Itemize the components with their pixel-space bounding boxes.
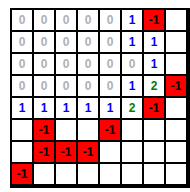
blank-cell-r8c8[interactable] (166, 164, 186, 184)
number-cell-r3c2[interactable]: 0 (34, 54, 54, 74)
blank-cell-r6c3[interactable] (56, 120, 76, 140)
number-cell-r2c5[interactable]: 0 (100, 32, 120, 52)
number-cell-r4c4[interactable]: 0 (78, 76, 98, 96)
blank-cell-r8c3[interactable] (56, 164, 76, 184)
number-cell-r1c1[interactable]: 0 (12, 10, 32, 30)
number-cell-r3c1[interactable]: 0 (12, 54, 32, 74)
blank-cell-r3c8[interactable] (166, 54, 186, 74)
number-cell-r1c2[interactable]: 0 (34, 10, 54, 30)
blank-cell-r8c5[interactable] (100, 164, 120, 184)
mine-cell-r5c7[interactable]: -1 (144, 98, 164, 118)
number-cell-r2c4[interactable]: 0 (78, 32, 98, 52)
mine-cell-r8c1[interactable]: -1 (12, 164, 32, 184)
number-cell-r4c7[interactable]: 2 (144, 76, 164, 96)
number-cell-r2c6[interactable]: 1 (122, 32, 142, 52)
number-cell-r4c6[interactable]: 1 (122, 76, 142, 96)
blank-cell-r2c8[interactable] (166, 32, 186, 52)
number-cell-r5c2[interactable]: 1 (34, 98, 54, 118)
blank-cell-r6c6[interactable] (122, 120, 142, 140)
minesweeper-board: 000001-1000001100000010000012-1111112-1-… (10, 8, 190, 188)
blank-cell-r8c6[interactable] (122, 164, 142, 184)
number-cell-r5c1[interactable]: 1 (12, 98, 32, 118)
blank-cell-r1c8[interactable] (166, 10, 186, 30)
number-cell-r4c3[interactable]: 0 (56, 76, 76, 96)
blank-cell-r7c1[interactable] (12, 142, 32, 162)
blank-cell-r7c7[interactable] (144, 142, 164, 162)
number-cell-r2c1[interactable]: 0 (12, 32, 32, 52)
mine-cell-r4c8[interactable]: -1 (166, 76, 186, 96)
number-cell-r2c3[interactable]: 0 (56, 32, 76, 52)
blank-cell-r6c1[interactable] (12, 120, 32, 140)
blank-cell-r7c8[interactable] (166, 142, 186, 162)
number-cell-r4c2[interactable]: 0 (34, 76, 54, 96)
blank-cell-r8c7[interactable] (144, 164, 164, 184)
number-cell-r3c6[interactable]: 0 (122, 54, 142, 74)
mine-cell-r7c2[interactable]: -1 (34, 142, 54, 162)
blank-cell-r7c5[interactable] (100, 142, 120, 162)
number-cell-r1c4[interactable]: 0 (78, 10, 98, 30)
number-cell-r1c6[interactable]: 1 (122, 10, 142, 30)
number-cell-r4c5[interactable]: 0 (100, 76, 120, 96)
number-cell-r2c7[interactable]: 1 (144, 32, 164, 52)
blank-cell-r8c4[interactable] (78, 164, 98, 184)
number-cell-r3c5[interactable]: 0 (100, 54, 120, 74)
number-cell-r5c6[interactable]: 2 (122, 98, 142, 118)
mine-cell-r1c7[interactable]: -1 (144, 10, 164, 30)
blank-cell-r6c4[interactable] (78, 120, 98, 140)
number-cell-r1c3[interactable]: 0 (56, 10, 76, 30)
mine-cell-r6c5[interactable]: -1 (100, 120, 120, 140)
blank-cell-r5c8[interactable] (166, 98, 186, 118)
mine-cell-r6c2[interactable]: -1 (34, 120, 54, 140)
number-cell-r3c7[interactable]: 1 (144, 54, 164, 74)
number-cell-r4c1[interactable]: 0 (12, 76, 32, 96)
blank-cell-r6c8[interactable] (166, 120, 186, 140)
number-cell-r5c4[interactable]: 1 (78, 98, 98, 118)
number-cell-r3c4[interactable]: 0 (78, 54, 98, 74)
mine-cell-r7c4[interactable]: -1 (78, 142, 98, 162)
mine-cell-r7c3[interactable]: -1 (56, 142, 76, 162)
blank-cell-r8c2[interactable] (34, 164, 54, 184)
blank-cell-r6c7[interactable] (144, 120, 164, 140)
number-cell-r5c5[interactable]: 1 (100, 98, 120, 118)
number-cell-r2c2[interactable]: 0 (34, 32, 54, 52)
number-cell-r1c5[interactable]: 0 (100, 10, 120, 30)
blank-cell-r7c6[interactable] (122, 142, 142, 162)
number-cell-r5c3[interactable]: 1 (56, 98, 76, 118)
number-cell-r3c3[interactable]: 0 (56, 54, 76, 74)
